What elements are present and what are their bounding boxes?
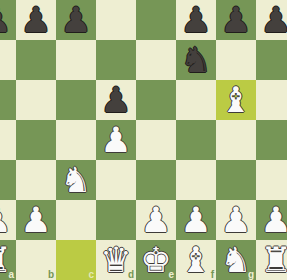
piece-black-pawn[interactable]: ♟ bbox=[176, 0, 216, 40]
piece-white-pawn[interactable]: ♟ bbox=[16, 200, 56, 240]
square-d6[interactable] bbox=[96, 40, 136, 80]
piece-white-queen[interactable]: ♛ bbox=[96, 240, 136, 280]
square-b3[interactable] bbox=[16, 160, 56, 200]
square-f3[interactable] bbox=[176, 160, 216, 200]
square-d4[interactable]: ♟ bbox=[96, 120, 136, 160]
piece-white-king[interactable]: ♚ bbox=[136, 240, 176, 280]
piece-black-pawn[interactable]: ♟ bbox=[56, 0, 96, 40]
square-g7[interactable]: ♟ bbox=[216, 0, 256, 40]
square-f5[interactable] bbox=[176, 80, 216, 120]
square-c1-highlighted[interactable]: c bbox=[56, 240, 96, 280]
square-h4[interactable] bbox=[256, 120, 287, 160]
chess-board: ♟ ♟ ♟ ♟ ♟ ♟ ♞ ♟ ♝ ♟ bbox=[0, 0, 287, 280]
square-d1[interactable]: ♛d bbox=[96, 240, 136, 280]
piece-white-pawn[interactable]: ♟ bbox=[256, 200, 287, 240]
piece-black-pawn[interactable]: ♟ bbox=[216, 0, 256, 40]
square-f7[interactable]: ♟ bbox=[176, 0, 216, 40]
piece-white-knight[interactable]: ♞ bbox=[216, 240, 256, 280]
square-e7[interactable] bbox=[136, 0, 176, 40]
square-c3[interactable]: ♞ bbox=[56, 160, 96, 200]
square-e1[interactable]: ♚e bbox=[136, 240, 176, 280]
square-a3[interactable] bbox=[0, 160, 16, 200]
piece-white-rook[interactable]: ♜ bbox=[0, 240, 16, 280]
square-h1[interactable]: ♜ bbox=[256, 240, 287, 280]
square-a2[interactable]: ♟ bbox=[0, 200, 16, 240]
piece-black-pawn[interactable]: ♟ bbox=[16, 0, 56, 40]
square-c6[interactable] bbox=[56, 40, 96, 80]
square-e3[interactable] bbox=[136, 160, 176, 200]
square-c7[interactable]: ♟ bbox=[56, 0, 96, 40]
square-g2[interactable]: ♟ bbox=[216, 200, 256, 240]
square-b6[interactable] bbox=[16, 40, 56, 80]
piece-black-knight[interactable]: ♞ bbox=[176, 40, 216, 80]
piece-white-pawn[interactable]: ♟ bbox=[96, 120, 136, 160]
piece-white-knight[interactable]: ♞ bbox=[56, 160, 96, 200]
square-a5[interactable] bbox=[0, 80, 16, 120]
square-f4[interactable] bbox=[176, 120, 216, 160]
square-b2[interactable]: ♟ bbox=[16, 200, 56, 240]
square-h6[interactable] bbox=[256, 40, 287, 80]
square-f1[interactable]: ♝f bbox=[176, 240, 216, 280]
square-h7[interactable]: ♟ bbox=[256, 0, 287, 40]
square-e5[interactable] bbox=[136, 80, 176, 120]
piece-black-pawn[interactable]: ♟ bbox=[96, 80, 136, 120]
square-c2[interactable] bbox=[56, 200, 96, 240]
square-h3[interactable] bbox=[256, 160, 287, 200]
square-e4[interactable] bbox=[136, 120, 176, 160]
file-label-b: b bbox=[48, 270, 54, 280]
square-b5[interactable] bbox=[16, 80, 56, 120]
square-h5[interactable] bbox=[256, 80, 287, 120]
piece-white-pawn[interactable]: ♟ bbox=[216, 200, 256, 240]
square-g1[interactable]: ♞g bbox=[216, 240, 256, 280]
square-a4[interactable] bbox=[0, 120, 16, 160]
piece-black-pawn[interactable]: ♟ bbox=[256, 0, 287, 40]
square-a1[interactable]: ♜a bbox=[0, 240, 16, 280]
square-g3[interactable] bbox=[216, 160, 256, 200]
chessboard-screenshot: ♟ ♟ ♟ ♟ ♟ ♟ ♞ ♟ ♝ ♟ bbox=[0, 0, 287, 280]
square-h2[interactable]: ♟ bbox=[256, 200, 287, 240]
square-a7[interactable]: ♟ bbox=[0, 0, 16, 40]
piece-white-rook[interactable]: ♜ bbox=[256, 240, 287, 280]
square-d3[interactable] bbox=[96, 160, 136, 200]
piece-white-pawn[interactable]: ♟ bbox=[176, 200, 216, 240]
square-f2[interactable]: ♟ bbox=[176, 200, 216, 240]
piece-black-pawn[interactable]: ♟ bbox=[0, 0, 16, 40]
square-d5[interactable]: ♟ bbox=[96, 80, 136, 120]
square-b4[interactable] bbox=[16, 120, 56, 160]
square-e2[interactable]: ♟ bbox=[136, 200, 176, 240]
piece-white-bishop[interactable]: ♝ bbox=[176, 240, 216, 280]
file-label-c: c bbox=[88, 270, 94, 280]
piece-white-pawn[interactable]: ♟ bbox=[0, 200, 16, 240]
square-f6[interactable]: ♞ bbox=[176, 40, 216, 80]
square-c5[interactable] bbox=[56, 80, 96, 120]
square-g4[interactable] bbox=[216, 120, 256, 160]
square-g5-highlighted[interactable]: ♝ bbox=[216, 80, 256, 120]
square-a6[interactable] bbox=[0, 40, 16, 80]
square-g6[interactable] bbox=[216, 40, 256, 80]
square-d7[interactable] bbox=[96, 0, 136, 40]
square-d2[interactable] bbox=[96, 200, 136, 240]
square-b7[interactable]: ♟ bbox=[16, 0, 56, 40]
square-b1[interactable]: b bbox=[16, 240, 56, 280]
piece-white-pawn[interactable]: ♟ bbox=[136, 200, 176, 240]
piece-white-bishop[interactable]: ♝ bbox=[216, 80, 256, 120]
square-e6[interactable] bbox=[136, 40, 176, 80]
square-c4[interactable] bbox=[56, 120, 96, 160]
